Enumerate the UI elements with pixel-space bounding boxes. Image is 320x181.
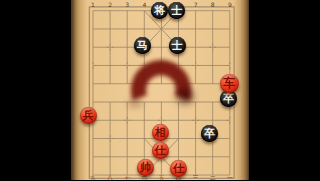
piece-red-车[interactable]: 车	[220, 74, 239, 93]
file-label-bottom: 一	[224, 174, 236, 181]
file-label-top: 4	[138, 1, 150, 8]
piece-black-将[interactable]: 将	[151, 2, 168, 19]
file-label-bottom: 五	[155, 174, 167, 181]
file-label-top: 1	[87, 1, 99, 8]
piece-black-士[interactable]: 士	[169, 37, 186, 54]
letterbox-left	[0, 0, 71, 180]
piece-red-仕[interactable]: 仕	[170, 160, 187, 177]
file-label-top: 7	[190, 1, 202, 8]
file-label-top: 9	[224, 1, 236, 8]
piece-red-仕[interactable]: 仕	[152, 142, 169, 159]
letterbox-right	[249, 0, 320, 180]
file-label-top: 8	[207, 1, 219, 8]
file-label-top: 3	[121, 1, 133, 8]
piece-black-马[interactable]: 马	[134, 37, 151, 54]
file-label-bottom: 八	[104, 174, 116, 181]
video-frame: 123456789 九八七六五四三二一 将士马士卒车兵卒相仕帅仕	[0, 0, 320, 180]
file-label-bottom: 九	[87, 174, 99, 181]
file-label-bottom: 二	[207, 174, 219, 181]
piece-black-卒[interactable]: 卒	[201, 125, 218, 142]
piece-red-相[interactable]: 相	[152, 124, 169, 141]
file-label-bottom: 三	[190, 174, 202, 181]
piece-red-兵[interactable]: 兵	[80, 107, 97, 124]
piece-red-帅[interactable]: 帅	[137, 159, 154, 176]
file-label-top: 2	[104, 1, 116, 8]
xiangqi-board[interactable]: 123456789 九八七六五四三二一 将士马士卒车兵卒相仕帅仕	[71, 0, 249, 180]
file-label-bottom: 七	[121, 174, 133, 181]
piece-black-士[interactable]: 士	[168, 2, 185, 19]
